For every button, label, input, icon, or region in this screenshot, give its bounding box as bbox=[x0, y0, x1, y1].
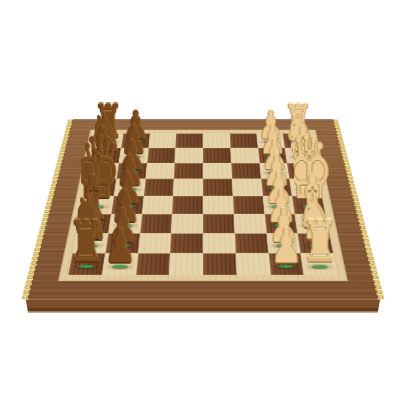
piece-white-rook[interactable]: ♜ bbox=[303, 204, 337, 269]
chess-board: ♜♟♟♜♞♟♟♞♝♟♟♝♛♟♟♛♚♟♟♚♝♟♟♝♞♟♟♞♜♟♟♜ bbox=[27, 119, 379, 299]
board-front-edge bbox=[26, 299, 380, 313]
pieces-layer: ♜♟♟♜♞♟♟♞♝♟♟♝♛♟♟♛♚♟♟♚♝♟♟♝♞♟♟♞♜♟♟♜ bbox=[27, 119, 379, 299]
piece-white-pawn[interactable]: ♟ bbox=[270, 204, 304, 269]
pawn-icon: ♟ bbox=[104, 222, 136, 270]
pawn-icon: ♟ bbox=[271, 222, 303, 270]
rook-icon: ♜ bbox=[68, 213, 105, 269]
piece-black-rook[interactable]: ♜ bbox=[69, 204, 103, 269]
chess-set-photo: ♜♟♟♜♞♟♟♞♝♟♟♝♛♟♟♛♚♟♟♚♝♟♟♝♞♟♟♞♜♟♟♜ bbox=[0, 0, 400, 400]
piece-black-pawn[interactable]: ♟ bbox=[103, 204, 137, 269]
rook-icon: ♜ bbox=[301, 213, 338, 269]
